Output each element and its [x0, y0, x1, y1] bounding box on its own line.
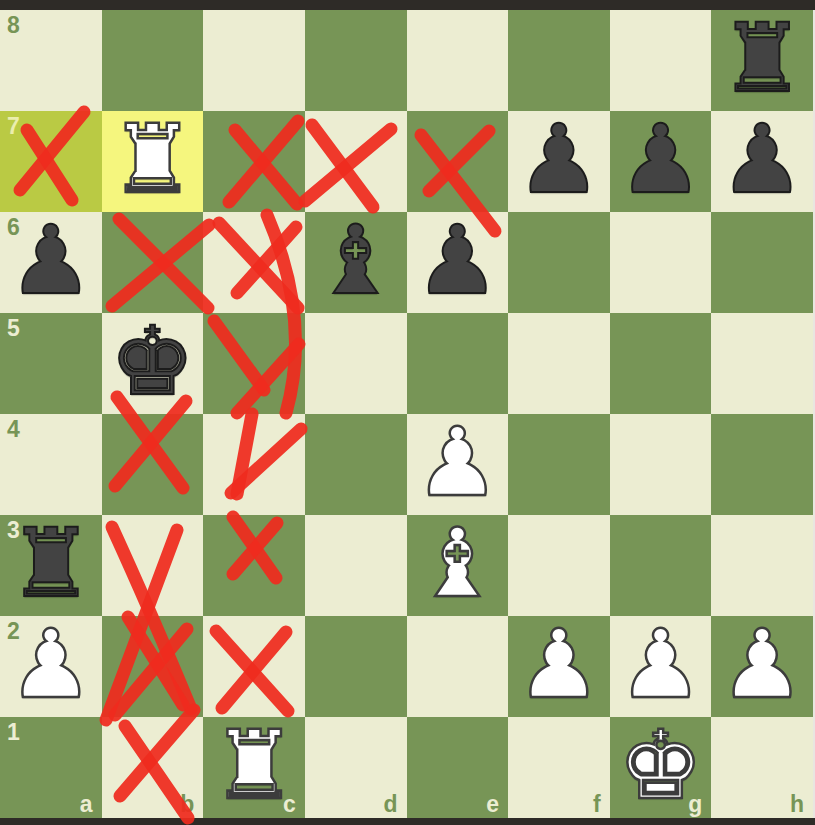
square-a1[interactable]: 1a: [0, 717, 102, 818]
square-e7[interactable]: [407, 111, 509, 212]
square-g1[interactable]: g♚: [610, 717, 712, 818]
white-rook[interactable]: ♜: [110, 109, 195, 210]
rank-label-7: 7: [7, 115, 20, 138]
square-f4[interactable]: [508, 414, 610, 515]
square-g6[interactable]: [610, 212, 712, 313]
square-a6[interactable]: 6♟: [0, 212, 102, 313]
square-h1[interactable]: h: [711, 717, 813, 818]
square-h2[interactable]: ♟: [711, 616, 813, 717]
square-f1[interactable]: f: [508, 717, 610, 818]
square-f5[interactable]: [508, 313, 610, 414]
square-b4[interactable]: [102, 414, 204, 515]
black-rook[interactable]: ♜: [720, 8, 805, 109]
square-d7[interactable]: [305, 111, 407, 212]
square-b7[interactable]: ♜: [102, 111, 204, 212]
square-b8[interactable]: [102, 10, 204, 111]
square-f6[interactable]: [508, 212, 610, 313]
square-g2[interactable]: ♟: [610, 616, 712, 717]
square-c3[interactable]: [203, 515, 305, 616]
square-a8[interactable]: 8: [0, 10, 102, 111]
square-a4[interactable]: 4: [0, 414, 102, 515]
white-bishop[interactable]: ♝: [415, 513, 500, 614]
square-h7[interactable]: ♟: [711, 111, 813, 212]
chess-board-screen: 8♜7♜♟♟♟6♟♝♟5♚4♟3♜♝2♟♟♟♟1abc♜defg♚h: [0, 0, 815, 825]
black-rook[interactable]: ♜: [8, 513, 93, 614]
rank-label-4: 4: [7, 418, 20, 441]
file-label-d: d: [383, 793, 397, 816]
square-a5[interactable]: 5: [0, 313, 102, 414]
square-d4[interactable]: [305, 414, 407, 515]
black-king[interactable]: ♚: [110, 311, 195, 412]
square-e1[interactable]: e: [407, 717, 509, 818]
white-pawn[interactable]: ♟: [8, 614, 93, 715]
square-f7[interactable]: ♟: [508, 111, 610, 212]
square-f2[interactable]: ♟: [508, 616, 610, 717]
square-d5[interactable]: [305, 313, 407, 414]
square-f8[interactable]: [508, 10, 610, 111]
square-g3[interactable]: [610, 515, 712, 616]
square-b1[interactable]: b: [102, 717, 204, 818]
square-h8[interactable]: ♜: [711, 10, 813, 111]
square-d1[interactable]: d: [305, 717, 407, 818]
square-g8[interactable]: [610, 10, 712, 111]
square-c2[interactable]: [203, 616, 305, 717]
square-d2[interactable]: [305, 616, 407, 717]
file-label-e: e: [486, 793, 499, 816]
square-c5[interactable]: [203, 313, 305, 414]
square-g4[interactable]: [610, 414, 712, 515]
square-h3[interactable]: [711, 515, 813, 616]
square-a7[interactable]: 7: [0, 111, 102, 212]
square-h5[interactable]: [711, 313, 813, 414]
black-pawn[interactable]: ♟: [720, 109, 805, 210]
square-e5[interactable]: [407, 313, 509, 414]
square-c8[interactable]: [203, 10, 305, 111]
white-king[interactable]: ♚: [618, 715, 703, 816]
square-g5[interactable]: [610, 313, 712, 414]
square-d3[interactable]: [305, 515, 407, 616]
square-b5[interactable]: ♚: [102, 313, 204, 414]
white-pawn[interactable]: ♟: [415, 412, 500, 513]
rank-label-8: 8: [7, 14, 20, 37]
square-a3[interactable]: 3♜: [0, 515, 102, 616]
rank-label-1: 1: [7, 721, 20, 744]
square-c6[interactable]: [203, 212, 305, 313]
square-h6[interactable]: [711, 212, 813, 313]
square-e3[interactable]: ♝: [407, 515, 509, 616]
square-e6[interactable]: ♟: [407, 212, 509, 313]
chess-board: 8♜7♜♟♟♟6♟♝♟5♚4♟3♜♝2♟♟♟♟1abc♜defg♚h: [0, 10, 813, 818]
square-d8[interactable]: [305, 10, 407, 111]
square-a2[interactable]: 2♟: [0, 616, 102, 717]
file-label-h: h: [790, 793, 804, 816]
white-rook[interactable]: ♜: [211, 715, 296, 816]
square-g7[interactable]: ♟: [610, 111, 712, 212]
rank-label-5: 5: [7, 317, 20, 340]
square-b3[interactable]: [102, 515, 204, 616]
square-b6[interactable]: [102, 212, 204, 313]
white-pawn[interactable]: ♟: [618, 614, 703, 715]
white-pawn[interactable]: ♟: [720, 614, 805, 715]
square-c7[interactable]: [203, 111, 305, 212]
white-pawn[interactable]: ♟: [516, 614, 601, 715]
square-c4[interactable]: [203, 414, 305, 515]
black-pawn[interactable]: ♟: [618, 109, 703, 210]
file-label-a: a: [80, 793, 93, 816]
square-d6[interactable]: ♝: [305, 212, 407, 313]
square-c1[interactable]: c♜: [203, 717, 305, 818]
square-f3[interactable]: [508, 515, 610, 616]
black-pawn[interactable]: ♟: [415, 210, 500, 311]
square-h4[interactable]: [711, 414, 813, 515]
file-label-f: f: [593, 793, 601, 816]
file-label-b: b: [180, 793, 194, 816]
square-e2[interactable]: [407, 616, 509, 717]
square-b2[interactable]: [102, 616, 204, 717]
black-bishop[interactable]: ♝: [313, 210, 398, 311]
square-e4[interactable]: ♟: [407, 414, 509, 515]
black-pawn[interactable]: ♟: [516, 109, 601, 210]
black-pawn[interactable]: ♟: [8, 210, 93, 311]
square-e8[interactable]: [407, 10, 509, 111]
